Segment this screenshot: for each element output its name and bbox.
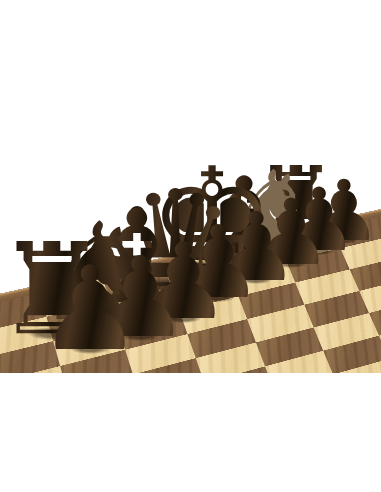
pieces-layer: ♜♞♝♛♚♝♞♜♟♟♟♟♟♟♟♟ [0, 0, 381, 373]
product-photo: ♜♞♝♛♚♝♞♜♟♟♟♟♟♟♟♟ [0, 0, 381, 492]
chess-piece-pawn-a7[interactable]: ♟ [38, 251, 142, 367]
photo-area: ♜♞♝♛♚♝♞♜♟♟♟♟♟♟♟♟ [0, 0, 381, 373]
